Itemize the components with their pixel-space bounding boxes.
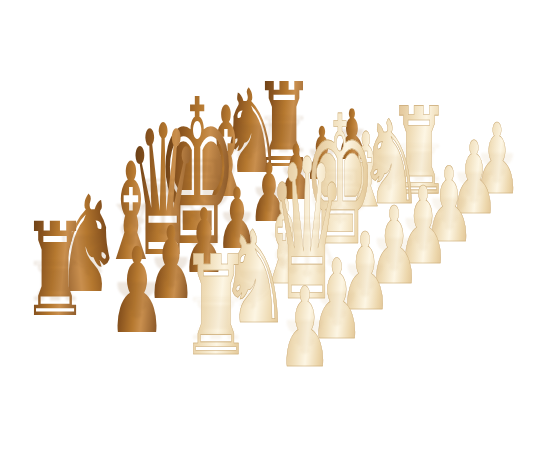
chess-set-product-photo: ♜♞♝♛♚♝♞♜♟♟♟♟♟♟♟♟♜♞♝♛♚♝♞♜♟♟♟♟♟♟♟♟ [0, 0, 550, 450]
dark-pawn: ♟ [108, 232, 166, 350]
dark-rook: ♜ [21, 206, 88, 335]
light-rook: ♜ [180, 238, 252, 376]
light-pawn: ♟ [278, 273, 332, 383]
